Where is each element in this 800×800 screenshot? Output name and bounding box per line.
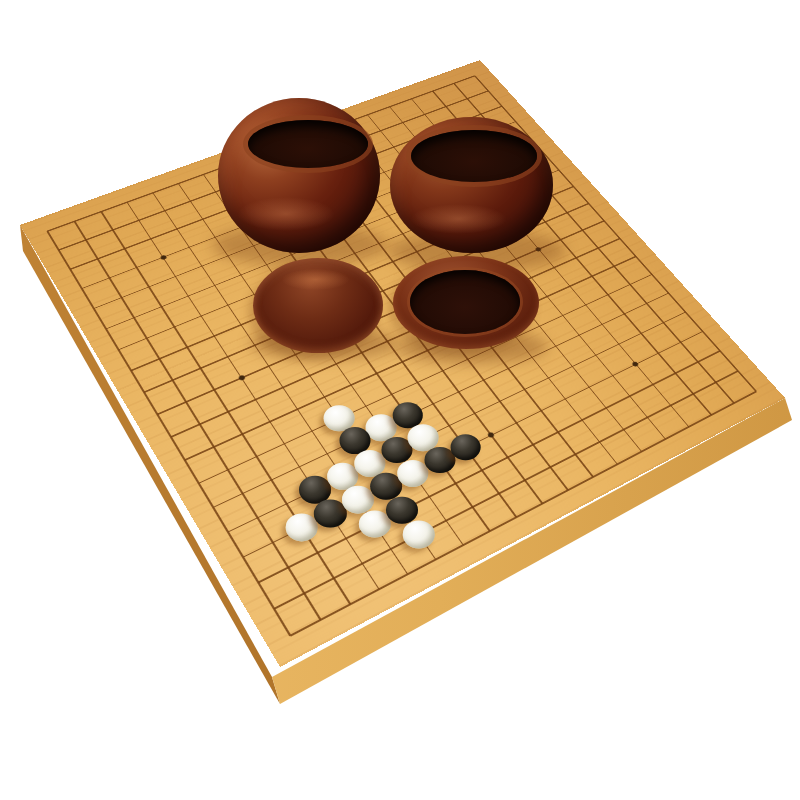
- black-stone-bowl[interactable]: [390, 117, 553, 253]
- empty-bowl-lid[interactable]: [253, 258, 383, 353]
- white-stone-bowl[interactable]: [218, 98, 380, 253]
- stone-white[interactable]: [285, 514, 318, 542]
- white-bowl-opening: [248, 120, 368, 168]
- stone-black[interactable]: [386, 496, 418, 524]
- stone-black[interactable]: [314, 500, 346, 528]
- stone-black[interactable]: [450, 434, 481, 461]
- lid-with-stones[interactable]: [393, 256, 539, 349]
- go-set-photo-scene: [0, 0, 800, 800]
- stone-white[interactable]: [402, 520, 435, 548]
- black-bowl-opening: [411, 130, 537, 182]
- lid-recess: [410, 270, 520, 334]
- played-stones-layer: [0, 0, 800, 800]
